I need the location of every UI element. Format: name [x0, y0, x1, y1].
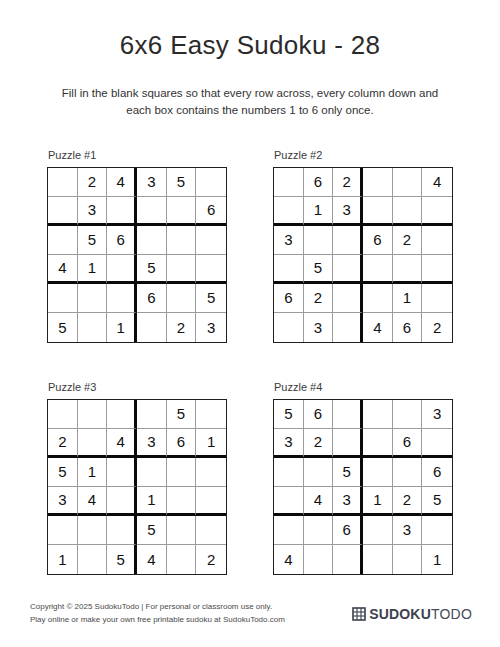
sudoku-cell	[393, 545, 423, 574]
sudoku-cell	[196, 487, 226, 516]
puzzle-block-2: Puzzle #2 6241336256213462	[273, 149, 453, 343]
sudoku-grid-1: 24353656415655123	[47, 167, 227, 343]
sudoku-cell: 4	[363, 313, 393, 342]
sudoku-cell: 6	[422, 458, 452, 487]
sudoku-cell: 2	[393, 487, 423, 516]
sudoku-cell	[274, 458, 304, 487]
sudoku-cell: 2	[304, 429, 334, 458]
sudoku-cell: 5	[107, 545, 137, 574]
sudoku-cell: 4	[304, 487, 334, 516]
sudoku-cell: 3	[137, 168, 167, 197]
sudokutodo-logo: SUDOKUTODO	[352, 606, 472, 622]
sudoku-cell: 3	[137, 429, 167, 458]
sudoku-cell	[78, 284, 108, 313]
puzzle-block-3: Puzzle #3 5243615134151542	[47, 381, 227, 575]
sudoku-cell	[363, 516, 393, 545]
sudoku-cell	[363, 197, 393, 226]
sudoku-cell	[48, 400, 78, 429]
sudoku-cell	[167, 226, 197, 255]
sudoku-cell: 6	[304, 168, 334, 197]
sudoku-cell	[363, 255, 393, 284]
sudoku-cell	[167, 255, 197, 284]
sudoku-cell	[393, 458, 423, 487]
sudoku-cell: 3	[333, 197, 363, 226]
sudoku-cell	[333, 284, 363, 313]
sudoku-cell: 1	[363, 487, 393, 516]
sudoku-cell	[107, 284, 137, 313]
puzzle-label-3: Puzzle #3	[48, 381, 227, 393]
copyright-line-1: Copyright © 2025 SudokuTodo | For person…	[30, 601, 285, 614]
sudoku-cell: 4	[107, 168, 137, 197]
sudoku-cell	[422, 429, 452, 458]
sudoku-cell	[137, 226, 167, 255]
sudoku-cell	[274, 487, 304, 516]
sudoku-cell	[107, 516, 137, 545]
sudoku-cell	[393, 168, 423, 197]
sudoku-cell	[78, 313, 108, 342]
sudoku-cell: 1	[393, 284, 423, 313]
sudoku-cell	[48, 168, 78, 197]
sudoku-cell	[78, 400, 108, 429]
sudoku-cell	[274, 313, 304, 342]
sudoku-cell: 3	[393, 516, 423, 545]
sudoku-cell: 2	[167, 313, 197, 342]
sudoku-cell	[333, 313, 363, 342]
sudoku-cell	[137, 197, 167, 226]
sudoku-cell: 6	[137, 284, 167, 313]
sudoku-cell: 3	[78, 197, 108, 226]
sudoku-cell: 1	[48, 545, 78, 574]
sudoku-cell: 3	[333, 487, 363, 516]
sudoku-cell	[48, 284, 78, 313]
puzzle-label-1: Puzzle #1	[48, 149, 227, 161]
sudoku-cell: 6	[393, 429, 423, 458]
sudoku-cell	[274, 168, 304, 197]
sudoku-cell: 2	[196, 545, 226, 574]
sudoku-cell	[137, 458, 167, 487]
footer: Copyright © 2025 SudokuTodo | For person…	[30, 601, 472, 627]
sudoku-cell	[304, 226, 334, 255]
sudoku-cell: 3	[304, 313, 334, 342]
sudoku-cell	[167, 545, 197, 574]
sudoku-cell	[48, 516, 78, 545]
sudoku-cell: 1	[78, 458, 108, 487]
copyright-line-2: Play online or make your own free printa…	[30, 614, 285, 627]
sudoku-cell	[107, 458, 137, 487]
sudoku-cell	[422, 255, 452, 284]
sudoku-cell: 1	[78, 255, 108, 284]
sudoku-cell	[196, 255, 226, 284]
sudoku-cell	[196, 516, 226, 545]
sudoku-cell	[274, 516, 304, 545]
sudoku-cell: 3	[274, 429, 304, 458]
instructions-line-2: each box contains the numbers 1 to 6 onl…	[0, 102, 500, 119]
sudoku-cell: 2	[48, 429, 78, 458]
sudoku-cell	[333, 255, 363, 284]
sudoku-cell: 4	[422, 168, 452, 197]
sudoku-cell	[107, 400, 137, 429]
sudoku-cell	[196, 226, 226, 255]
sudoku-cell	[107, 197, 137, 226]
sudoku-cell: 5	[274, 400, 304, 429]
sudoku-cell	[137, 313, 167, 342]
sudoku-cell	[167, 516, 197, 545]
sudoku-cell: 1	[196, 429, 226, 458]
copyright: Copyright © 2025 SudokuTodo | For person…	[30, 601, 285, 627]
sudoku-grid-4: 56332656431256341	[273, 399, 453, 575]
sudoku-cell	[422, 226, 452, 255]
sudoku-cell: 5	[304, 255, 334, 284]
sudoku-cell	[137, 400, 167, 429]
sudoku-cell	[274, 255, 304, 284]
sudoku-cell	[333, 400, 363, 429]
sudoku-cell: 3	[196, 313, 226, 342]
sudoku-grid-icon	[352, 607, 366, 621]
sudoku-cell	[78, 545, 108, 574]
sudoku-grid-2: 6241336256213462	[273, 167, 453, 343]
sudoku-cell: 4	[48, 255, 78, 284]
sudoku-cell	[196, 168, 226, 197]
sudoku-cell	[196, 458, 226, 487]
sudoku-cell: 2	[304, 284, 334, 313]
page-title: 6x6 Easy Sudoku - 28	[0, 30, 500, 61]
sudoku-cell: 5	[196, 284, 226, 313]
sudoku-cell: 1	[304, 197, 334, 226]
sudoku-cell: 5	[78, 226, 108, 255]
logo-text-light: TODO	[431, 606, 472, 622]
sudoku-cell	[363, 284, 393, 313]
sudoku-cell: 5	[167, 168, 197, 197]
sudoku-cell	[167, 487, 197, 516]
instructions-line-1: Fill in the blank squares so that every …	[0, 85, 500, 102]
sudoku-cell: 2	[393, 226, 423, 255]
sudoku-cell: 4	[137, 545, 167, 574]
sudoku-cell: 2	[422, 313, 452, 342]
puzzle-label-4: Puzzle #4	[274, 381, 453, 393]
sudoku-cell	[422, 197, 452, 226]
sudoku-cell: 1	[107, 313, 137, 342]
sudoku-cell	[78, 516, 108, 545]
puzzle-block-1: Puzzle #1 24353656415655123	[47, 149, 227, 343]
sudoku-cell: 5	[333, 458, 363, 487]
sudoku-cell: 5	[48, 458, 78, 487]
sudoku-cell: 5	[48, 313, 78, 342]
puzzle-sheet: Puzzle #1 24353656415655123 Puzzle #2 62…	[47, 149, 453, 575]
logo-text-bold: SUDOKU	[369, 606, 431, 622]
puzzle-label-2: Puzzle #2	[274, 149, 453, 161]
sudoku-cell	[333, 545, 363, 574]
sudoku-cell: 6	[333, 516, 363, 545]
sudoku-cell	[167, 284, 197, 313]
sudoku-cell: 6	[107, 226, 137, 255]
sudoku-cell	[363, 400, 393, 429]
sudoku-cell	[48, 197, 78, 226]
sudoku-cell	[363, 458, 393, 487]
sudoku-cell	[393, 197, 423, 226]
sudoku-cell	[304, 545, 334, 574]
sudoku-cell: 4	[78, 487, 108, 516]
sudoku-cell: 5	[137, 516, 167, 545]
puzzle-block-4: Puzzle #4 56332656431256341	[273, 381, 453, 575]
sudoku-cell: 5	[422, 487, 452, 516]
sudoku-cell: 4	[107, 429, 137, 458]
sudoku-cell: 6	[167, 429, 197, 458]
sudoku-cell: 6	[274, 284, 304, 313]
sudoku-cell	[304, 516, 334, 545]
sudoku-cell	[196, 400, 226, 429]
sudoku-cell: 1	[137, 487, 167, 516]
sudoku-cell	[393, 400, 423, 429]
sudoku-cell	[107, 487, 137, 516]
sudoku-cell: 3	[48, 487, 78, 516]
sudoku-cell: 4	[274, 545, 304, 574]
sudoku-cell: 5	[137, 255, 167, 284]
sudoku-cell: 6	[363, 226, 393, 255]
sudoku-cell	[363, 429, 393, 458]
sudoku-cell: 6	[393, 313, 423, 342]
sudoku-cell	[333, 429, 363, 458]
sudoku-cell	[422, 516, 452, 545]
sudoku-cell	[274, 197, 304, 226]
sudoku-cell: 2	[78, 168, 108, 197]
sudoku-cell	[363, 545, 393, 574]
sudoku-cell: 3	[274, 226, 304, 255]
sudoku-grid-3: 5243615134151542	[47, 399, 227, 575]
sudoku-cell	[167, 458, 197, 487]
sudoku-cell	[393, 255, 423, 284]
sudoku-cell	[304, 458, 334, 487]
sudoku-cell: 6	[304, 400, 334, 429]
sudoku-cell: 2	[333, 168, 363, 197]
sudoku-cell	[107, 255, 137, 284]
sudoku-cell	[167, 197, 197, 226]
instructions: Fill in the blank squares so that every …	[0, 85, 500, 120]
sudoku-cell	[333, 226, 363, 255]
sudoku-cell: 6	[196, 197, 226, 226]
sudoku-cell	[78, 429, 108, 458]
sudoku-cell	[363, 168, 393, 197]
sudoku-cell: 1	[422, 545, 452, 574]
sudoku-cell: 3	[422, 400, 452, 429]
sudoku-cell	[48, 226, 78, 255]
sudoku-cell: 5	[167, 400, 197, 429]
sudoku-cell	[422, 284, 452, 313]
